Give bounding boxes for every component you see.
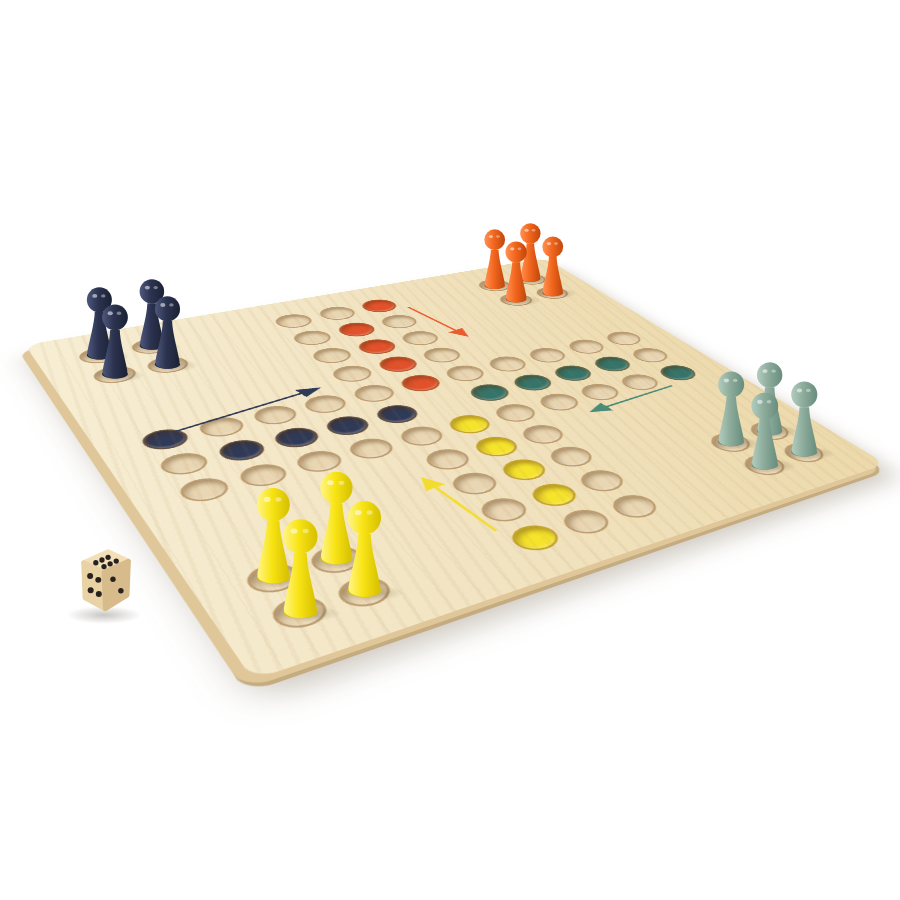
product-photo-stage: [0, 0, 900, 900]
navy-pawn[interactable]: [146, 291, 189, 370]
orange-pawn[interactable]: [535, 232, 571, 297]
orange-pawn[interactable]: [498, 237, 534, 303]
yellow-pawn[interactable]: [271, 512, 330, 620]
yellow-pawn[interactable]: [336, 494, 393, 598]
green-pawn[interactable]: [782, 376, 827, 458]
pawns-layer: [0, 0, 900, 900]
green-pawn[interactable]: [742, 387, 788, 471]
navy-pawn[interactable]: [93, 299, 137, 380]
